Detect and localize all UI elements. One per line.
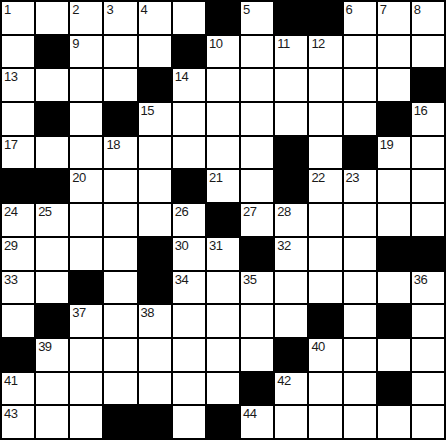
cell-r9c4[interactable] (104, 272, 136, 304)
clue-number-33: 33 (4, 272, 17, 287)
cell-r7c3[interactable] (70, 204, 102, 236)
clue-number-23: 23 (346, 170, 359, 185)
clue-number-35: 35 (243, 272, 256, 287)
cell-r2c4[interactable] (104, 36, 136, 68)
cell-r13c1[interactable]: 43 (2, 406, 34, 438)
cell-r3c12[interactable] (378, 69, 410, 101)
cell-r13c13[interactable] (412, 406, 444, 438)
cell-r10c12 (378, 305, 410, 337)
cell-r7c12[interactable] (378, 204, 410, 236)
cell-r9c6[interactable]: 34 (173, 272, 205, 304)
clue-number-9: 9 (72, 36, 79, 51)
cell-r3c3[interactable] (70, 69, 102, 101)
clue-number-16: 16 (414, 103, 427, 118)
cell-r5c12[interactable]: 19 (378, 137, 410, 169)
cell-r13c5 (139, 406, 171, 438)
cell-r13c9[interactable] (275, 406, 307, 438)
cell-r12c13[interactable] (412, 373, 444, 405)
clue-number-1: 1 (4, 2, 11, 17)
cell-r6c3[interactable]: 20 (70, 170, 102, 202)
cell-r13c4 (104, 406, 136, 438)
cell-r2c6 (173, 36, 205, 68)
cell-r5c11 (344, 137, 376, 169)
cell-r3c7[interactable] (207, 69, 239, 101)
clue-number-26: 26 (175, 204, 188, 219)
cell-r13c3[interactable] (70, 406, 102, 438)
clue-number-25: 25 (38, 204, 51, 219)
clue-number-42: 42 (277, 373, 290, 388)
cell-r11c7[interactable] (207, 339, 239, 371)
cell-r8c12 (378, 238, 410, 270)
clue-number-3: 3 (106, 2, 113, 17)
clue-number-21: 21 (209, 170, 222, 185)
cell-r8c13 (412, 238, 444, 270)
clue-number-31: 31 (209, 238, 222, 253)
cell-r1c13[interactable]: 8 (412, 2, 444, 34)
cell-r12c2[interactable] (36, 373, 68, 405)
clue-number-43: 43 (4, 406, 17, 421)
cell-r3c5 (139, 69, 171, 101)
clue-number-24: 24 (4, 204, 17, 219)
cell-r7c6[interactable]: 26 (173, 204, 205, 236)
cell-r4c13[interactable]: 16 (412, 103, 444, 135)
cell-r3c13 (412, 69, 444, 101)
cell-r2c1[interactable] (2, 36, 34, 68)
cell-r5c5[interactable] (139, 137, 171, 169)
clue-number-41: 41 (4, 373, 17, 388)
cell-r10c4[interactable] (104, 305, 136, 337)
clue-number-32: 32 (277, 238, 290, 253)
cell-r8c9[interactable]: 32 (275, 238, 307, 270)
clue-number-10: 10 (209, 36, 222, 51)
cell-r1c5[interactable]: 4 (139, 2, 171, 34)
cell-r10c6[interactable] (173, 305, 205, 337)
cell-r4c2 (36, 103, 68, 135)
cell-r1c3[interactable]: 2 (70, 2, 102, 34)
cell-r5c13[interactable] (412, 137, 444, 169)
cell-r13c2[interactable] (36, 406, 68, 438)
cell-r8c8 (241, 238, 273, 270)
clue-number-5: 5 (243, 2, 250, 17)
cell-r6c9 (275, 170, 307, 202)
clue-number-30: 30 (175, 238, 188, 253)
cell-r4c11[interactable] (344, 103, 376, 135)
cell-r10c7[interactable] (207, 305, 239, 337)
cell-r4c6[interactable] (173, 103, 205, 135)
cell-r12c12 (378, 373, 410, 405)
cell-r8c11[interactable] (344, 238, 376, 270)
clue-number-19: 19 (380, 137, 393, 152)
clue-number-18: 18 (106, 137, 119, 152)
cell-r4c12 (378, 103, 410, 135)
cell-r1c4[interactable]: 3 (104, 2, 136, 34)
cell-r9c5 (139, 272, 171, 304)
cell-r12c3[interactable] (70, 373, 102, 405)
clue-number-6: 6 (346, 2, 353, 17)
cell-r4c5[interactable]: 15 (139, 103, 171, 135)
clue-number-7: 7 (380, 2, 387, 17)
cell-r9c9[interactable] (275, 272, 307, 304)
clue-number-37: 37 (72, 305, 85, 320)
cell-r11c6[interactable] (173, 339, 205, 371)
cell-r6c10[interactable]: 22 (309, 170, 341, 202)
cell-r4c4 (104, 103, 136, 135)
clue-number-13: 13 (4, 69, 17, 84)
cell-r10c3[interactable]: 37 (70, 305, 102, 337)
cell-r10c9[interactable] (275, 305, 307, 337)
cell-r13c10[interactable] (309, 406, 341, 438)
cell-r13c12[interactable] (378, 406, 410, 438)
cell-r2c3[interactable]: 9 (70, 36, 102, 68)
cell-r13c6[interactable] (173, 406, 205, 438)
clue-number-44: 44 (243, 406, 256, 421)
cell-r5c2[interactable] (36, 137, 68, 169)
cell-r7c9[interactable]: 28 (275, 204, 307, 236)
cell-r2c10[interactable]: 12 (309, 36, 341, 68)
clue-number-15: 15 (141, 103, 154, 118)
cell-r6c11[interactable]: 23 (344, 170, 376, 202)
cell-r2c5[interactable] (139, 36, 171, 68)
cell-r3c1[interactable]: 13 (2, 69, 34, 101)
cell-r5c4[interactable]: 18 (104, 137, 136, 169)
cell-r12c5[interactable] (139, 373, 171, 405)
clue-number-34: 34 (175, 272, 188, 287)
clue-number-36: 36 (414, 272, 427, 287)
cell-r11c13[interactable] (412, 339, 444, 371)
cell-r11c3[interactable] (70, 339, 102, 371)
cell-r5c10[interactable] (309, 137, 341, 169)
cell-r8c7[interactable]: 31 (207, 238, 239, 270)
clue-number-17: 17 (4, 137, 17, 152)
cell-r5c6[interactable] (173, 137, 205, 169)
cell-r1c8[interactable]: 5 (241, 2, 273, 34)
cell-r4c8[interactable] (241, 103, 273, 135)
cell-r6c7[interactable]: 21 (207, 170, 239, 202)
cell-r8c10[interactable] (309, 238, 341, 270)
cell-r9c3 (70, 272, 102, 304)
cell-r4c1[interactable] (2, 103, 34, 135)
cell-r12c6[interactable] (173, 373, 205, 405)
cell-r9c13[interactable]: 36 (412, 272, 444, 304)
cell-r11c11[interactable] (344, 339, 376, 371)
clue-number-27: 27 (243, 204, 256, 219)
cell-r12c11[interactable] (344, 373, 376, 405)
cell-r6c13[interactable] (412, 170, 444, 202)
clue-number-8: 8 (414, 2, 421, 17)
cell-r8c2[interactable] (36, 238, 68, 270)
cell-r11c1 (2, 339, 34, 371)
clue-number-38: 38 (141, 305, 154, 320)
cell-r2c12[interactable] (378, 36, 410, 68)
clue-number-40: 40 (311, 339, 324, 354)
cell-r5c8[interactable] (241, 137, 273, 169)
cell-r7c2[interactable]: 25 (36, 204, 68, 236)
cell-r3c10[interactable] (309, 69, 341, 101)
clue-number-20: 20 (72, 170, 85, 185)
cell-r2c9[interactable]: 11 (275, 36, 307, 68)
cell-r6c4[interactable] (104, 170, 136, 202)
cell-r10c8[interactable] (241, 305, 273, 337)
cell-r10c10 (309, 305, 341, 337)
cell-r4c3[interactable] (70, 103, 102, 135)
cell-r5c7[interactable] (207, 137, 239, 169)
cell-r8c6[interactable]: 30 (173, 238, 205, 270)
cell-r3c8[interactable] (241, 69, 273, 101)
crossword-board: 1234567891011121314151617181920212223242… (0, 0, 446, 440)
cell-r9c1[interactable]: 33 (2, 272, 34, 304)
cell-r2c7[interactable]: 10 (207, 36, 239, 68)
cell-r2c2 (36, 36, 68, 68)
cell-r5c9 (275, 137, 307, 169)
cell-r12c8 (241, 373, 273, 405)
cell-r9c11[interactable] (344, 272, 376, 304)
cell-r1c9 (275, 2, 307, 34)
clue-number-2: 2 (72, 2, 79, 17)
cell-r11c5[interactable] (139, 339, 171, 371)
cell-r6c12[interactable] (378, 170, 410, 202)
cell-r1c10 (309, 2, 341, 34)
cell-r12c4[interactable] (104, 373, 136, 405)
cell-r3c9[interactable] (275, 69, 307, 101)
cell-r10c11[interactable] (344, 305, 376, 337)
cell-r11c4[interactable] (104, 339, 136, 371)
cell-r10c5[interactable]: 38 (139, 305, 171, 337)
cell-r2c8[interactable] (241, 36, 273, 68)
cell-r4c10[interactable] (309, 103, 341, 135)
cell-r6c2 (36, 170, 68, 202)
cell-r7c5[interactable] (139, 204, 171, 236)
cell-r5c1[interactable]: 17 (2, 137, 34, 169)
cell-r3c2[interactable] (36, 69, 68, 101)
cell-r6c6 (173, 170, 205, 202)
cell-r7c4[interactable] (104, 204, 136, 236)
cell-r1c6[interactable] (173, 2, 205, 34)
cell-r11c2[interactable]: 39 (36, 339, 68, 371)
cell-r12c1[interactable]: 41 (2, 373, 34, 405)
cell-r2c11[interactable] (344, 36, 376, 68)
clue-number-4: 4 (141, 2, 148, 17)
cell-r11c8[interactable] (241, 339, 273, 371)
cell-r12c7[interactable] (207, 373, 239, 405)
clue-number-11: 11 (277, 36, 290, 51)
cell-r1c7 (207, 2, 239, 34)
cell-r5c3[interactable] (70, 137, 102, 169)
cell-r8c3[interactable] (70, 238, 102, 270)
cell-r13c7 (207, 406, 239, 438)
cell-r10c1[interactable] (2, 305, 34, 337)
cell-r11c9 (275, 339, 307, 371)
cell-r10c13[interactable] (412, 305, 444, 337)
cell-r7c1[interactable]: 24 (2, 204, 34, 236)
cell-r11c12[interactable] (378, 339, 410, 371)
clue-number-39: 39 (38, 339, 51, 354)
cell-r13c8[interactable]: 44 (241, 406, 273, 438)
cell-r3c4[interactable] (104, 69, 136, 101)
cell-r6c8[interactable] (241, 170, 273, 202)
cell-r8c1[interactable]: 29 (2, 238, 34, 270)
clue-number-12: 12 (311, 36, 324, 51)
clue-number-28: 28 (277, 204, 290, 219)
cell-r9c10[interactable] (309, 272, 341, 304)
cell-r10c2 (36, 305, 68, 337)
cell-r3c6[interactable]: 14 (173, 69, 205, 101)
clue-number-14: 14 (175, 69, 188, 84)
cell-r12c9[interactable]: 42 (275, 373, 307, 405)
cell-r3c11[interactable] (344, 69, 376, 101)
clue-number-29: 29 (4, 238, 17, 253)
cell-r8c4[interactable] (104, 238, 136, 270)
cell-r1c1[interactable]: 1 (2, 2, 34, 34)
cell-r7c7 (207, 204, 239, 236)
cell-r4c7[interactable] (207, 103, 239, 135)
cell-r2c13[interactable] (412, 36, 444, 68)
cell-r12c10[interactable] (309, 373, 341, 405)
cell-r7c8[interactable]: 27 (241, 204, 273, 236)
cell-r8c5 (139, 238, 171, 270)
cell-r9c8[interactable]: 35 (241, 272, 273, 304)
cell-r7c10[interactable] (309, 204, 341, 236)
cell-r13c11[interactable] (344, 406, 376, 438)
cell-r9c7[interactable] (207, 272, 239, 304)
clue-number-22: 22 (311, 170, 324, 185)
cell-r7c11[interactable] (344, 204, 376, 236)
cell-r1c2[interactable] (36, 2, 68, 34)
cell-r6c1 (2, 170, 34, 202)
cell-r11c10[interactable]: 40 (309, 339, 341, 371)
cell-r9c12[interactable] (378, 272, 410, 304)
cell-r4c9[interactable] (275, 103, 307, 135)
cell-r6c5[interactable] (139, 170, 171, 202)
cell-r1c12[interactable]: 7 (378, 2, 410, 34)
cell-r7c13[interactable] (412, 204, 444, 236)
cell-r1c11[interactable]: 6 (344, 2, 376, 34)
cell-r9c2[interactable] (36, 272, 68, 304)
